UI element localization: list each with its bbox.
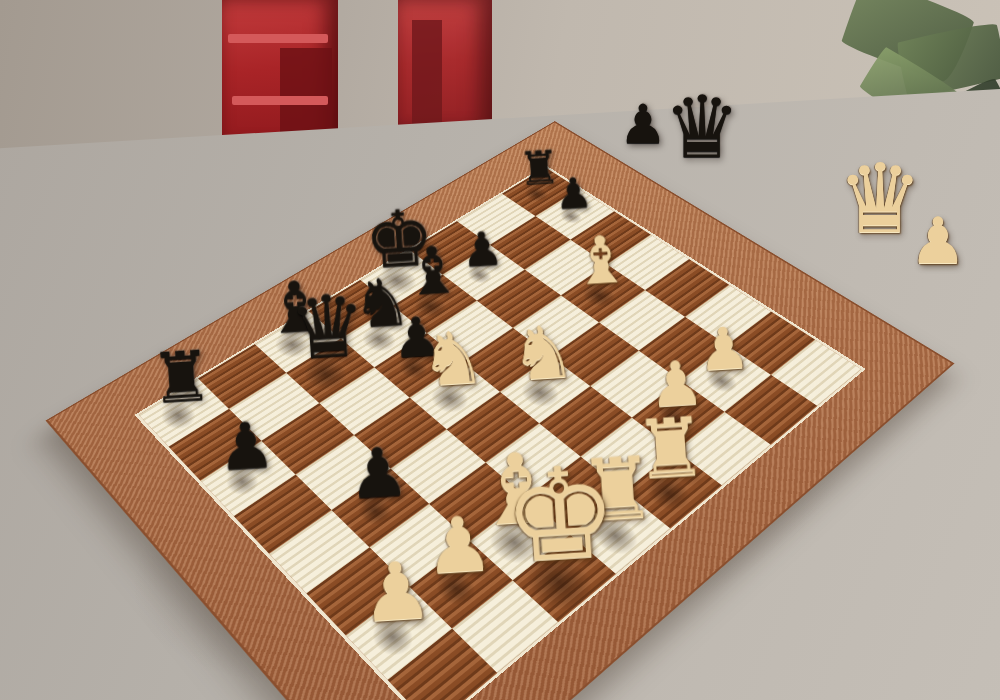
black-queen-c7[interactable]: ♛ [287, 282, 369, 373]
chess-scene: { "game": "chess", "scene_type": "overhe… [0, 0, 1000, 700]
offboard-black-queen[interactable]: ♛ [663, 84, 740, 170]
white-pawn-b2[interactable]: ♟ [422, 505, 495, 586]
white-knight-d5[interactable]: ♞ [418, 320, 488, 397]
black-pawn-h7[interactable]: ♟ [554, 171, 594, 215]
red-cabinet-right [398, 0, 492, 136]
black-pawn-b4[interactable]: ♟ [346, 437, 411, 509]
cabinet-shelf [232, 96, 328, 105]
black-pawn-f7[interactable]: ♟ [460, 225, 504, 274]
cabinet-shelf [228, 34, 328, 43]
white-bishop-g5[interactable]: ♝ [570, 226, 632, 295]
black-bishop-e7[interactable]: ♝ [402, 237, 464, 306]
black-pawn-a6[interactable]: ♟ [215, 412, 276, 480]
white-pawn-a2[interactable]: ♟ [358, 550, 434, 634]
white-king-c1[interactable]: ♚ [500, 447, 621, 581]
offboard-white-pawn[interactable]: ♟ [909, 209, 966, 273]
white-pawn-g2[interactable]: ♟ [696, 318, 752, 379]
white-knight-e4[interactable]: ♞ [508, 314, 578, 391]
black-rook-a8[interactable]: ♜ [149, 341, 215, 414]
cabinet-panel [412, 20, 442, 130]
offboard-black-pawn[interactable]: ♟ [619, 98, 667, 152]
